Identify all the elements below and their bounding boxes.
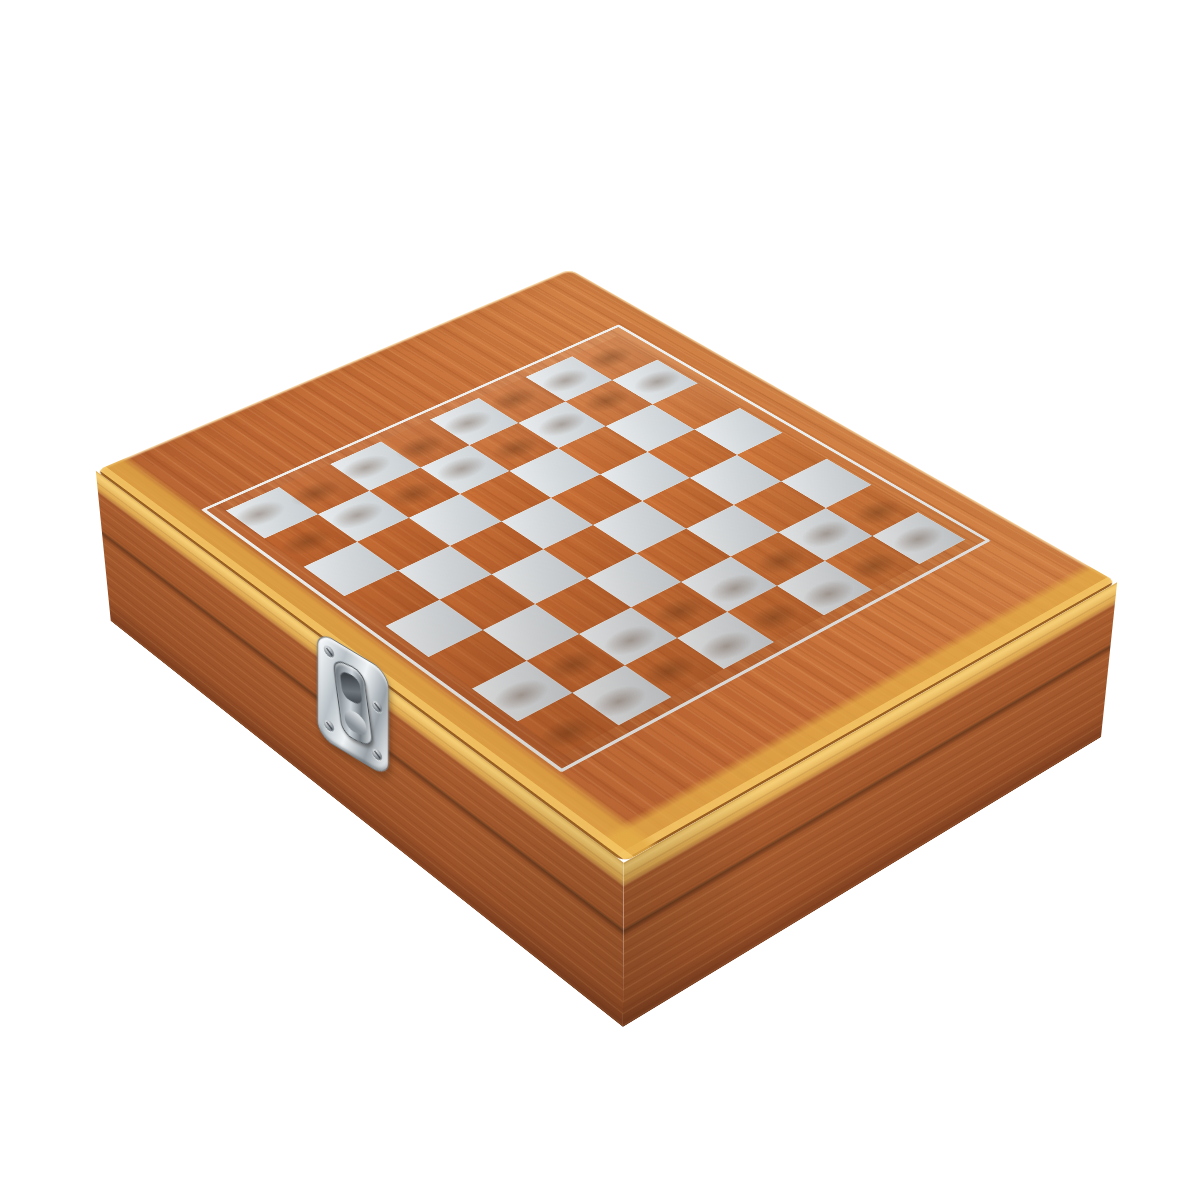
wooden-chess-box: ♜♞♝♛♚♝♞♜♟♟♟♟♟♟♟♟♟♟♟♟♟♟♟♟♜♞♝♛♚♝♞♜	[96, 269, 1117, 863]
white-rook-icon: ♜	[518, 623, 618, 735]
chess-box-product-photo: ♜♞♝♛♚♝♞♜♟♟♟♟♟♟♟♟♟♟♟♟♟♟♟♟♜♞♝♛♚♝♞♜	[0, 0, 1200, 1200]
black-pawn-icon: ♟	[268, 455, 347, 544]
